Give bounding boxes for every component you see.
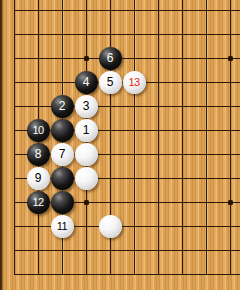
board-point-D1[interactable] [74,262,98,286]
board-point-G7[interactable] [146,118,170,142]
grid-line-vertical [86,0,87,22]
grid-line-vertical [14,166,15,190]
grid-line-vertical [158,22,159,46]
board-point-D3[interactable] [74,214,98,238]
grid-line-vertical [230,118,231,142]
board-point-E11[interactable] [98,22,122,46]
move-number-label: 10 [32,125,43,136]
grid-line-vertical [110,22,111,46]
board-point-H3[interactable] [170,214,194,238]
grid-line-vertical [38,94,39,118]
board-point-C10[interactable] [50,46,74,70]
board-point-F6[interactable] [122,142,146,166]
move-number-label: 11 [57,221,67,232]
star-point-K10 [228,56,233,61]
board-point-H9[interactable] [170,70,194,94]
board-point-B12[interactable] [26,0,50,22]
white-stone-D8-move-3: 3 [75,95,98,118]
board-point-A8[interactable] [2,94,26,118]
grid-line-vertical [110,166,111,190]
white-stone-E3 [99,215,122,238]
grid-line-horizontal [14,10,26,11]
board-point-H2[interactable] [170,238,194,262]
grid-line-vertical [134,94,135,118]
grid-line-vertical [14,46,15,70]
board-point-A7[interactable] [2,118,26,142]
board-point-A4[interactable] [2,190,26,214]
black-stone-B4-move-12: 12 [27,191,50,214]
grid-line-vertical [62,238,63,262]
board-point-J5[interactable] [194,166,218,190]
board-point-C11[interactable] [50,22,74,46]
grid-line-vertical [38,262,39,274]
black-stone-C5 [51,167,74,190]
grid-line-vertical [14,94,15,118]
grid-line-vertical [110,118,111,142]
grid-line-vertical [182,166,183,190]
grid-line-vertical [14,262,15,274]
board-point-G11[interactable] [146,22,170,46]
board-point-J7[interactable] [194,118,218,142]
board-point-H10[interactable] [170,46,194,70]
board-point-C3[interactable]: 11 [50,214,74,238]
move-number-label: 4 [83,76,90,88]
grid-line-vertical [158,238,159,262]
board-point-D12[interactable] [74,0,98,22]
board-point-G4[interactable] [146,190,170,214]
grid-line-vertical [230,0,231,22]
board-point-G8[interactable] [146,94,170,118]
board-point-C12[interactable] [50,0,74,22]
grid-line-vertical [230,142,231,166]
grid-line-vertical [182,142,183,166]
board-point-E4[interactable] [98,190,122,214]
board-point-F2[interactable] [122,238,146,262]
grid-line-vertical [182,190,183,214]
grid-line-vertical [182,262,183,274]
board-point-H6[interactable] [170,142,194,166]
grid-line-vertical [134,190,135,214]
board-point-K8[interactable] [218,94,240,118]
board-point-D8[interactable]: 3 [74,94,98,118]
white-stone-D6 [75,143,98,166]
grid-line-horizontal [14,130,26,131]
move-number-label: 5 [107,76,114,88]
board-point-E5[interactable] [98,166,122,190]
grid-line-vertical [206,70,207,94]
board-point-A11[interactable] [2,22,26,46]
board-point-G1[interactable] [146,262,170,286]
grid-line-vertical [230,22,231,46]
board-point-H4[interactable] [170,190,194,214]
board-point-E6[interactable] [98,142,122,166]
grid-line-vertical [38,238,39,262]
move-number-label: 7 [59,148,66,160]
board-point-D6[interactable] [74,142,98,166]
board-point-D11[interactable] [74,22,98,46]
board-point-A1[interactable] [2,262,26,286]
star-point-D4 [84,200,89,205]
grid-line-vertical [230,238,231,262]
board-point-K12[interactable] [218,0,240,22]
grid-line-vertical [134,166,135,190]
go-board-diagram: 64513231018791211 [0,0,240,290]
grid-line-horizontal [14,226,26,227]
move-number-label: 3 [83,100,90,112]
grid-line-vertical [158,142,159,166]
grid-line-vertical [62,46,63,70]
grid-line-vertical [206,46,207,70]
board-point-F11[interactable] [122,22,146,46]
grid-line-horizontal [14,82,26,83]
move-number-label: 1 [83,124,90,136]
board-point-E12[interactable] [98,0,122,22]
board-point-H12[interactable] [170,0,194,22]
white-stone-C3-move-11: 11 [51,215,74,238]
black-stone-C8-move-2: 2 [51,95,74,118]
board-point-G9[interactable] [146,70,170,94]
grid-line-horizontal [14,250,26,251]
grid-line-vertical [134,142,135,166]
grid-line-vertical [206,0,207,22]
board-point-J6[interactable] [194,142,218,166]
board-point-C5[interactable] [50,166,74,190]
grid-line-vertical [158,118,159,142]
black-stone-C7 [51,119,74,142]
board-point-D2[interactable] [74,238,98,262]
board-point-E8[interactable] [98,94,122,118]
grid-line-vertical [86,214,87,238]
grid-line-vertical [230,214,231,238]
grid-line-vertical [182,22,183,46]
move-number-label: 13 [128,77,139,88]
board-point-B9[interactable] [26,70,50,94]
board-point-F10[interactable] [122,46,146,70]
board-point-D9[interactable]: 4 [74,70,98,94]
move-number-label: 6 [107,52,114,64]
board-point-K11[interactable] [218,22,240,46]
board-point-C2[interactable] [50,238,74,262]
grid-line-vertical [86,262,87,274]
grid-line-vertical [38,214,39,238]
board-point-D10[interactable] [74,46,98,70]
board-point-A6[interactable] [2,142,26,166]
board-point-B8[interactable] [26,94,50,118]
grid-line-vertical [110,262,111,274]
grid-line-vertical [182,118,183,142]
grid-line-vertical [14,214,15,238]
board-point-B2[interactable] [26,238,50,262]
board-point-E7[interactable] [98,118,122,142]
go-board[interactable]: 64513231018791211 [2,0,240,286]
board-point-D7[interactable]: 1 [74,118,98,142]
board-point-A9[interactable] [2,70,26,94]
grid-line-vertical [182,0,183,22]
grid-line-vertical [206,118,207,142]
grid-line-vertical [38,46,39,70]
board-point-F1[interactable] [122,262,146,286]
grid-line-vertical [62,70,63,94]
grid-line-vertical [62,22,63,46]
grid-line-vertical [158,0,159,22]
grid-line-vertical [38,0,39,22]
grid-line-vertical [110,190,111,214]
grid-line-vertical [110,142,111,166]
white-stone-D5 [75,167,98,190]
board-point-C6[interactable]: 7 [50,142,74,166]
move-number-label: 2 [59,100,66,112]
grid-line-vertical [14,22,15,46]
board-point-H5[interactable] [170,166,194,190]
board-point-J8[interactable] [194,94,218,118]
star-point-K4 [228,200,233,205]
board-point-H7[interactable] [170,118,194,142]
board-point-C8[interactable]: 2 [50,94,74,118]
board-point-J3[interactable] [194,214,218,238]
board-point-G2[interactable] [146,238,170,262]
grid-line-vertical [14,118,15,142]
grid-line-vertical [206,190,207,214]
black-stone-B7-move-10: 10 [27,119,50,142]
grid-line-vertical [230,94,231,118]
grid-line-vertical [14,0,15,22]
grid-line-vertical [134,46,135,70]
grid-line-horizontal [14,106,26,107]
board-point-G6[interactable] [146,142,170,166]
grid-line-vertical [134,22,135,46]
board-point-J9[interactable] [194,70,218,94]
grid-line-vertical [134,214,135,238]
grid-line-vertical [38,22,39,46]
grid-line-vertical [14,238,15,262]
board-point-H11[interactable] [170,22,194,46]
grid-line-horizontal [14,58,26,59]
black-stone-E10-move-6: 6 [99,47,122,70]
grid-line-vertical [182,238,183,262]
board-point-B11[interactable] [26,22,50,46]
white-stone-B5-move-9: 9 [27,167,50,190]
board-point-F12[interactable] [122,0,146,22]
grid-line-vertical [86,238,87,262]
board-point-E10[interactable]: 6 [98,46,122,70]
white-stone-E9-move-5: 5 [99,71,122,94]
board-point-F4[interactable] [122,190,146,214]
grid-line-vertical [206,142,207,166]
white-stone-D7-move-1: 1 [75,119,98,142]
board-point-K10[interactable] [218,46,240,70]
grid-line-vertical [134,118,135,142]
board-point-K6[interactable] [218,142,240,166]
board-point-F7[interactable] [122,118,146,142]
board-point-E9[interactable]: 5 [98,70,122,94]
board-point-B5[interactable]: 9 [26,166,50,190]
grid-line-vertical [62,0,63,22]
grid-line-vertical [158,214,159,238]
board-point-A10[interactable] [2,46,26,70]
grid-line-vertical [38,70,39,94]
board-point-F5[interactable] [122,166,146,190]
grid-line-vertical [230,262,231,274]
grid-line-vertical [110,238,111,262]
grid-line-vertical [206,214,207,238]
grid-line-vertical [182,214,183,238]
board-point-A5[interactable] [2,166,26,190]
board-point-B10[interactable] [26,46,50,70]
grid-line-vertical [158,262,159,274]
move-number-label: 12 [32,197,43,208]
board-point-C1[interactable] [50,262,74,286]
grid-line-vertical [14,142,15,166]
board-point-J1[interactable] [194,262,218,286]
grid-line-vertical [206,166,207,190]
grid-line-vertical [158,166,159,190]
black-stone-D9-move-4: 4 [75,71,98,94]
board-point-K1[interactable] [218,262,240,286]
black-stone-B6-move-8: 8 [27,143,50,166]
board-point-J2[interactable] [194,238,218,262]
grid-line-vertical [158,94,159,118]
grid-line-vertical [14,70,15,94]
grid-line-vertical [182,94,183,118]
board-point-J10[interactable] [194,46,218,70]
board-point-C9[interactable] [50,70,74,94]
move-number-label: 9 [35,172,42,184]
white-stone-F9-move-13: 13 [123,71,146,94]
grid-line-vertical [230,70,231,94]
board-point-G12[interactable] [146,0,170,22]
board-point-F9[interactable]: 13 [122,70,146,94]
board-point-B1[interactable] [26,262,50,286]
grid-line-vertical [158,70,159,94]
grid-line-vertical [110,94,111,118]
board-point-F8[interactable] [122,94,146,118]
board-point-K3[interactable] [218,214,240,238]
board-point-G10[interactable] [146,46,170,70]
grid-line-horizontal [14,202,26,203]
grid-line-vertical [86,22,87,46]
board-point-B4[interactable]: 12 [26,190,50,214]
grid-line-horizontal [14,34,26,35]
grid-line-vertical [158,46,159,70]
board-point-K7[interactable] [218,118,240,142]
grid-line-vertical [206,238,207,262]
board-point-J11[interactable] [194,22,218,46]
grid-line-vertical [206,22,207,46]
grid-line-vertical [206,262,207,274]
star-point-D10 [84,56,89,61]
board-point-H8[interactable] [170,94,194,118]
board-point-B7[interactable]: 10 [26,118,50,142]
board-point-K9[interactable] [218,70,240,94]
board-point-A2[interactable] [2,238,26,262]
board-point-D4[interactable] [74,190,98,214]
grid-line-vertical [182,70,183,94]
grid-line-horizontal [14,178,26,179]
board-point-C7[interactable] [50,118,74,142]
board-point-H1[interactable] [170,262,194,286]
board-point-D5[interactable] [74,166,98,190]
white-stone-C6-move-7: 7 [51,143,74,166]
board-point-B3[interactable] [26,214,50,238]
grid-line-vertical [182,46,183,70]
grid-line-vertical [206,94,207,118]
board-point-E2[interactable] [98,238,122,262]
black-stone-C4 [51,191,74,214]
board-point-E3[interactable] [98,214,122,238]
board-point-J12[interactable] [194,0,218,22]
board-point-C4[interactable] [50,190,74,214]
board-point-E1[interactable] [98,262,122,286]
grid-line-vertical [134,238,135,262]
board-point-J4[interactable] [194,190,218,214]
grid-line-vertical [14,190,15,214]
board-point-K2[interactable] [218,238,240,262]
grid-line-horizontal [14,154,26,155]
grid-line-vertical [158,190,159,214]
board-point-G3[interactable] [146,214,170,238]
board-point-B6[interactable]: 8 [26,142,50,166]
grid-line-vertical [230,166,231,190]
board-point-G5[interactable] [146,166,170,190]
board-point-K4[interactable] [218,190,240,214]
grid-line-vertical [110,0,111,22]
grid-line-vertical [62,262,63,274]
grid-line-horizontal [14,274,26,275]
board-point-F3[interactable] [122,214,146,238]
move-number-label: 8 [35,148,42,160]
board-point-A12[interactable] [2,0,26,22]
board-point-A3[interactable] [2,214,26,238]
board-point-K5[interactable] [218,166,240,190]
grid-line-vertical [134,0,135,22]
grid-line-vertical [134,262,135,274]
